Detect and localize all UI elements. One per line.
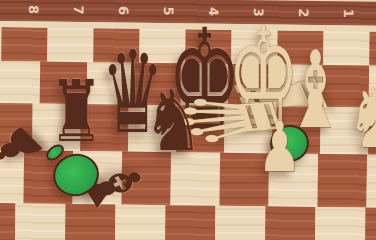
- square: [15, 203, 66, 240]
- chessboard-product-photo: { "game": "chess", "scene_description": …: [0, 0, 376, 240]
- rank-label-7: 7: [69, 1, 87, 19]
- square: [369, 32, 376, 67]
- square: [0, 61, 40, 104]
- square: [165, 205, 216, 240]
- rank-label-1: 1: [339, 4, 357, 22]
- square: [365, 208, 376, 240]
- square: [0, 203, 15, 240]
- rank-label-8: 8: [24, 0, 42, 18]
- square: [315, 207, 366, 240]
- square: [265, 206, 316, 240]
- board-row-5: [0, 203, 376, 240]
- square: [215, 206, 266, 240]
- square: [47, 28, 93, 63]
- rank-label-6: 6: [114, 1, 132, 19]
- square: [1, 27, 47, 62]
